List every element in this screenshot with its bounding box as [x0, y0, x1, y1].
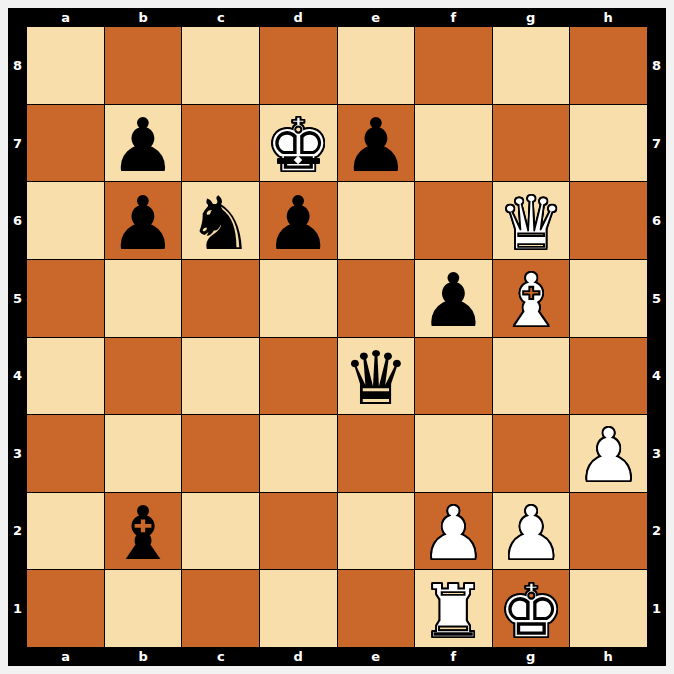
rank-coordinates-right: 87654321 — [647, 27, 666, 647]
square-b3[interactable] — [105, 415, 182, 492]
square-b4[interactable] — [105, 338, 182, 415]
square-e3[interactable] — [338, 415, 415, 492]
frame-corner-top-right — [647, 8, 666, 27]
rank-label-7: 7 — [8, 105, 27, 183]
square-a1[interactable] — [27, 570, 104, 647]
piece-black-bishop[interactable]: ♝ — [110, 496, 176, 570]
square-b5[interactable] — [105, 260, 182, 337]
square-c3[interactable] — [182, 415, 259, 492]
piece-white-bishop[interactable]: ♝ — [498, 263, 564, 337]
square-e8[interactable] — [338, 27, 415, 104]
board-frame: abcdefgh 87654321 ♟♚♟♟♞♟♛♟♝♛♟♝♟♟♜♚ 87654… — [8, 8, 666, 666]
piece-black-king[interactable]: ♚ — [265, 108, 331, 182]
square-c1[interactable] — [182, 570, 259, 647]
file-label-f: f — [415, 8, 493, 27]
square-d5[interactable] — [260, 260, 337, 337]
square-d6[interactable]: ♟ — [260, 182, 337, 259]
square-h6[interactable] — [570, 182, 647, 259]
square-d2[interactable] — [260, 493, 337, 570]
square-g7[interactable] — [493, 105, 570, 182]
piece-white-pawn[interactable]: ♟ — [576, 418, 642, 492]
square-d3[interactable] — [260, 415, 337, 492]
piece-black-knight[interactable]: ♞ — [187, 186, 253, 260]
square-f5[interactable]: ♟ — [415, 260, 492, 337]
square-b8[interactable] — [105, 27, 182, 104]
square-a2[interactable] — [27, 493, 104, 570]
square-c7[interactable] — [182, 105, 259, 182]
frame-corner-bottom-right — [647, 647, 666, 666]
square-h4[interactable] — [570, 338, 647, 415]
piece-black-pawn[interactable]: ♟ — [420, 263, 486, 337]
file-label-e: e — [337, 647, 415, 666]
square-d1[interactable] — [260, 570, 337, 647]
square-b6[interactable]: ♟ — [105, 182, 182, 259]
file-label-e: e — [337, 8, 415, 27]
square-g2[interactable]: ♟ — [493, 493, 570, 570]
square-e5[interactable] — [338, 260, 415, 337]
file-label-b: b — [105, 647, 183, 666]
file-label-d: d — [260, 8, 338, 27]
square-c5[interactable] — [182, 260, 259, 337]
rank-label-8: 8 — [647, 27, 666, 105]
file-label-b: b — [105, 8, 183, 27]
piece-black-pawn[interactable]: ♟ — [110, 108, 176, 182]
square-d7[interactable]: ♚ — [260, 105, 337, 182]
rank-label-1: 1 — [647, 570, 666, 648]
rank-label-1: 1 — [8, 570, 27, 648]
square-f4[interactable] — [415, 338, 492, 415]
square-g8[interactable] — [493, 27, 570, 104]
file-label-h: h — [570, 8, 648, 27]
piece-black-pawn[interactable]: ♟ — [110, 186, 176, 260]
rank-label-3: 3 — [8, 415, 27, 493]
square-f1[interactable]: ♜ — [415, 570, 492, 647]
square-f6[interactable] — [415, 182, 492, 259]
square-d8[interactable] — [260, 27, 337, 104]
chess-board: ♟♚♟♟♞♟♛♟♝♛♟♝♟♟♜♚ — [27, 27, 647, 647]
square-e7[interactable]: ♟ — [338, 105, 415, 182]
piece-white-pawn[interactable]: ♟ — [420, 496, 486, 570]
piece-white-queen[interactable]: ♛ — [498, 186, 564, 260]
rank-label-5: 5 — [8, 260, 27, 338]
piece-black-pawn[interactable]: ♟ — [265, 186, 331, 260]
file-label-d: d — [260, 647, 338, 666]
square-c6[interactable]: ♞ — [182, 182, 259, 259]
square-b1[interactable] — [105, 570, 182, 647]
square-b2[interactable]: ♝ — [105, 493, 182, 570]
rank-label-4: 4 — [8, 337, 27, 415]
frame-corner-bottom-left — [8, 647, 27, 666]
square-e1[interactable] — [338, 570, 415, 647]
square-g4[interactable] — [493, 338, 570, 415]
square-h3[interactable]: ♟ — [570, 415, 647, 492]
piece-black-pawn[interactable]: ♟ — [343, 108, 409, 182]
file-label-c: c — [182, 8, 260, 27]
square-c2[interactable] — [182, 493, 259, 570]
rank-label-5: 5 — [647, 260, 666, 338]
piece-white-rook[interactable]: ♜ — [420, 574, 486, 648]
file-label-a: a — [27, 8, 105, 27]
square-g3[interactable] — [493, 415, 570, 492]
square-a3[interactable] — [27, 415, 104, 492]
square-a4[interactable] — [27, 338, 104, 415]
piece-black-queen[interactable]: ♛ — [343, 341, 409, 415]
rank-label-6: 6 — [8, 182, 27, 260]
rank-coordinates-left: 87654321 — [8, 27, 27, 647]
square-f2[interactable]: ♟ — [415, 493, 492, 570]
rank-label-2: 2 — [647, 492, 666, 570]
square-a8[interactable] — [27, 27, 104, 104]
square-g5[interactable]: ♝ — [493, 260, 570, 337]
rank-label-7: 7 — [647, 105, 666, 183]
piece-white-pawn[interactable]: ♟ — [498, 496, 564, 570]
rank-label-8: 8 — [8, 27, 27, 105]
square-c8[interactable] — [182, 27, 259, 104]
square-h7[interactable] — [570, 105, 647, 182]
rank-label-6: 6 — [647, 182, 666, 260]
square-e2[interactable] — [338, 493, 415, 570]
file-coordinates-top: abcdefgh — [27, 8, 647, 27]
piece-white-king[interactable]: ♚ — [498, 574, 564, 648]
chess-diagram-page: abcdefgh 87654321 ♟♚♟♟♞♟♛♟♝♛♟♝♟♟♜♚ 87654… — [0, 0, 674, 674]
square-c4[interactable] — [182, 338, 259, 415]
file-label-a: a — [27, 647, 105, 666]
square-e4[interactable]: ♛ — [338, 338, 415, 415]
square-e6[interactable] — [338, 182, 415, 259]
square-g6[interactable]: ♛ — [493, 182, 570, 259]
frame-corner-top-left — [8, 8, 27, 27]
square-f3[interactable] — [415, 415, 492, 492]
square-h8[interactable] — [570, 27, 647, 104]
rank-label-3: 3 — [647, 415, 666, 493]
square-a6[interactable] — [27, 182, 104, 259]
square-b7[interactable]: ♟ — [105, 105, 182, 182]
square-f8[interactable] — [415, 27, 492, 104]
square-f7[interactable] — [415, 105, 492, 182]
rank-label-4: 4 — [647, 337, 666, 415]
file-label-h: h — [570, 647, 648, 666]
square-g1[interactable]: ♚ — [493, 570, 570, 647]
rank-label-2: 2 — [8, 492, 27, 570]
square-a7[interactable] — [27, 105, 104, 182]
square-h5[interactable] — [570, 260, 647, 337]
square-h1[interactable] — [570, 570, 647, 647]
square-d4[interactable] — [260, 338, 337, 415]
file-label-g: g — [492, 8, 570, 27]
file-label-c: c — [182, 647, 260, 666]
square-a5[interactable] — [27, 260, 104, 337]
square-h2[interactable] — [570, 493, 647, 570]
